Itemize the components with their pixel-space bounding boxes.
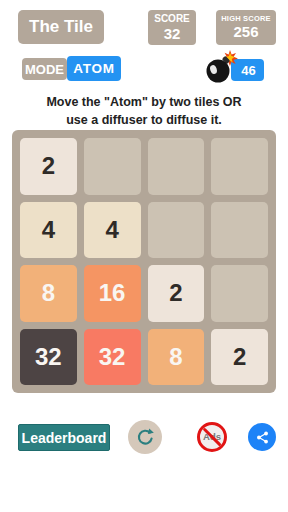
tile-atom-32: 32	[20, 329, 77, 386]
tile-2: 2	[148, 265, 205, 322]
share-button[interactable]	[248, 423, 276, 451]
score-box: SCORE 32	[148, 10, 196, 45]
tile-16: 16	[84, 265, 141, 322]
instructions: Move the "Atom" by two tiles OR use a di…	[0, 94, 288, 129]
empty-cell	[148, 202, 205, 259]
tile-4: 4	[84, 202, 141, 259]
empty-cell	[148, 138, 205, 195]
mode-label: MODE	[22, 58, 67, 80]
instructions-line1: Move the "Atom" by two tiles OR	[0, 94, 288, 112]
share-icon	[254, 429, 271, 446]
no-ads-button[interactable]: Ads	[197, 422, 227, 452]
empty-cell	[211, 202, 268, 259]
restart-button[interactable]	[128, 420, 162, 454]
bomb-icon[interactable]	[203, 50, 239, 86]
high-score-value: 256	[233, 23, 258, 40]
instructions-line2: use a diffuser to diffuse it.	[0, 112, 288, 130]
score-label: SCORE	[154, 13, 190, 25]
high-score-label: HIGH SCORE	[221, 15, 271, 24]
score-value: 32	[164, 25, 181, 42]
tile-32: 32	[84, 329, 141, 386]
tile-8: 8	[20, 265, 77, 322]
tile-8: 8	[148, 329, 205, 386]
tile-2: 2	[211, 329, 268, 386]
board[interactable]: 2448162323282	[12, 130, 276, 393]
high-score-box: HIGH SCORE 256	[216, 10, 276, 45]
app-root: The Tile SCORE 32 HIGH SCORE 256 MODE AT…	[0, 0, 288, 512]
tile-4: 4	[20, 202, 77, 259]
bomb-body	[207, 60, 230, 83]
app-title: The Tile	[18, 10, 104, 44]
leaderboard-button[interactable]: Leaderboard	[18, 424, 110, 451]
empty-cell	[211, 138, 268, 195]
empty-cell	[211, 265, 268, 322]
mode-value-button[interactable]: ATOM	[67, 56, 121, 81]
tile-2: 2	[20, 138, 77, 195]
restart-icon	[134, 426, 156, 448]
empty-cell	[84, 138, 141, 195]
